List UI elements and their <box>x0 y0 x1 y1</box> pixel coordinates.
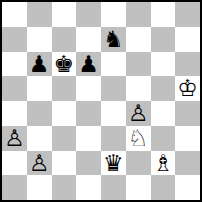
square-a6[interactable] <box>2 52 27 77</box>
square-d7[interactable] <box>76 27 101 52</box>
square-g2[interactable]: ♗ <box>151 151 176 176</box>
square-b6[interactable]: ♟ <box>27 52 52 77</box>
square-g8[interactable] <box>151 2 176 27</box>
square-b3[interactable] <box>27 126 52 151</box>
square-a1[interactable] <box>2 175 27 200</box>
square-a7[interactable] <box>2 27 27 52</box>
square-d6[interactable]: ♟ <box>76 52 101 77</box>
black-king: ♚ <box>54 52 75 77</box>
square-h2[interactable] <box>175 151 200 176</box>
square-h4[interactable] <box>175 101 200 126</box>
square-f6[interactable] <box>126 52 151 77</box>
white-knight: ♘ <box>128 126 149 151</box>
square-g4[interactable] <box>151 101 176 126</box>
square-a8[interactable] <box>2 2 27 27</box>
square-f4[interactable]: ♙ <box>126 101 151 126</box>
square-e4[interactable] <box>101 101 126 126</box>
black-knight: ♞ <box>103 27 124 52</box>
square-f2[interactable] <box>126 151 151 176</box>
white-king: ♔ <box>177 76 198 101</box>
square-h1[interactable] <box>175 175 200 200</box>
square-h5[interactable]: ♔ <box>175 76 200 101</box>
square-c8[interactable] <box>52 2 77 27</box>
square-g1[interactable] <box>151 175 176 200</box>
square-c5[interactable] <box>52 76 77 101</box>
square-f5[interactable] <box>126 76 151 101</box>
square-g3[interactable] <box>151 126 176 151</box>
square-c6[interactable]: ♚ <box>52 52 77 77</box>
square-f1[interactable] <box>126 175 151 200</box>
white-bishop: ♗ <box>153 151 174 176</box>
square-b7[interactable] <box>27 27 52 52</box>
square-d1[interactable] <box>76 175 101 200</box>
square-e7[interactable]: ♞ <box>101 27 126 52</box>
chess-board-frame: ♞♟♚♟♔♙♙♘♙♛♗ <box>0 0 202 202</box>
square-f7[interactable] <box>126 27 151 52</box>
white-pawn: ♙ <box>128 101 149 126</box>
square-b8[interactable] <box>27 2 52 27</box>
square-e6[interactable] <box>101 52 126 77</box>
square-e1[interactable] <box>101 175 126 200</box>
square-b1[interactable] <box>27 175 52 200</box>
square-d3[interactable] <box>76 126 101 151</box>
square-h8[interactable] <box>175 2 200 27</box>
square-c7[interactable] <box>52 27 77 52</box>
square-e3[interactable] <box>101 126 126 151</box>
square-e8[interactable] <box>101 2 126 27</box>
square-e2[interactable]: ♛ <box>101 151 126 176</box>
square-h3[interactable] <box>175 126 200 151</box>
square-b5[interactable] <box>27 76 52 101</box>
square-h6[interactable] <box>175 52 200 77</box>
square-c4[interactable] <box>52 101 77 126</box>
square-c2[interactable] <box>52 151 77 176</box>
square-g7[interactable] <box>151 27 176 52</box>
square-d4[interactable] <box>76 101 101 126</box>
white-pawn: ♙ <box>29 151 50 176</box>
square-d2[interactable] <box>76 151 101 176</box>
square-b2[interactable]: ♙ <box>27 151 52 176</box>
square-h7[interactable] <box>175 27 200 52</box>
square-g6[interactable] <box>151 52 176 77</box>
square-e5[interactable] <box>101 76 126 101</box>
square-a5[interactable] <box>2 76 27 101</box>
square-a2[interactable] <box>2 151 27 176</box>
square-c1[interactable] <box>52 175 77 200</box>
black-queen: ♛ <box>103 151 124 176</box>
square-a3[interactable]: ♙ <box>2 126 27 151</box>
white-pawn: ♙ <box>4 126 25 151</box>
square-c3[interactable] <box>52 126 77 151</box>
black-pawn: ♟ <box>29 52 50 77</box>
chess-board: ♞♟♚♟♔♙♙♘♙♛♗ <box>2 2 200 200</box>
square-d5[interactable] <box>76 76 101 101</box>
square-g5[interactable] <box>151 76 176 101</box>
black-pawn: ♟ <box>78 52 99 77</box>
square-f8[interactable] <box>126 2 151 27</box>
square-f3[interactable]: ♘ <box>126 126 151 151</box>
square-d8[interactable] <box>76 2 101 27</box>
square-a4[interactable] <box>2 101 27 126</box>
square-b4[interactable] <box>27 101 52 126</box>
